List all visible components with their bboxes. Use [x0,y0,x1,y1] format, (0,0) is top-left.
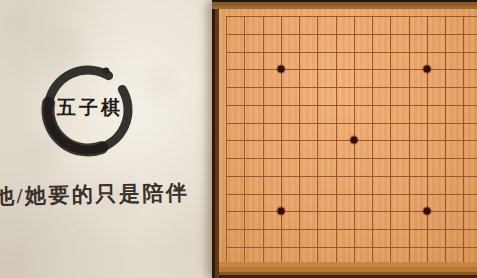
board-cell [263,105,281,123]
board-cell [244,211,262,229]
board-cell [336,176,354,194]
board-cell [463,229,477,247]
board-cell [299,69,317,87]
board-cell [281,87,299,105]
board-cell [299,87,317,105]
board-cell [390,211,408,229]
board-cell [372,247,390,262]
board-cell [409,140,427,158]
board-cell [244,123,262,141]
board-cell [372,52,390,70]
board-cell [336,194,354,212]
tagline-text: 他/她要的只是陪伴 [0,177,233,210]
board-cell [463,247,477,262]
board-cell [317,123,335,141]
board-cell [317,16,335,34]
board-cell [372,34,390,52]
board-cell [317,194,335,212]
board-cell [226,158,244,176]
board-cell [390,176,408,194]
board-cell [463,16,477,34]
left-panel: 五子棋 他/她要的只是陪伴 [0,0,213,278]
board-cell [372,16,390,34]
board-cell [372,87,390,105]
board-cell [299,140,317,158]
board-cell [281,16,299,34]
board-cell [244,247,262,262]
board-cell [372,229,390,247]
board-cell [427,16,445,34]
board-cell [244,87,262,105]
board-cell [354,194,372,212]
board-cell [390,140,408,158]
star-point [423,66,430,73]
board-cell [372,123,390,141]
board-cell [372,211,390,229]
board-cell [445,34,463,52]
board-cell [354,87,372,105]
board-cell [409,229,427,247]
board-cell [244,140,262,158]
board-cell [409,105,427,123]
board-cell [226,247,244,262]
board-cell [390,34,408,52]
board-cell [445,229,463,247]
board-cell [427,87,445,105]
board-cell [336,16,354,34]
board-cell [226,105,244,123]
board-cell [263,229,281,247]
board-cell [317,34,335,52]
board-cell [354,34,372,52]
board-frame [212,0,477,278]
board-cell [445,87,463,105]
board-cell [336,229,354,247]
board-cell [263,158,281,176]
board-cell [463,34,477,52]
board-cell [281,176,299,194]
board-cell [445,247,463,262]
board-cell [244,194,262,212]
board-cell [226,194,244,212]
board-cell [427,229,445,247]
board-cell [372,140,390,158]
board-cell [299,247,317,262]
board-cell [263,87,281,105]
board-cell [299,16,317,34]
board-cell [263,247,281,262]
board-cell [445,211,463,229]
board-cell [372,69,390,87]
board-cell [244,69,262,87]
board-cell [244,176,262,194]
board-cell [226,87,244,105]
board-cell [281,140,299,158]
board-cell [336,52,354,70]
board-cell [244,105,262,123]
board-cell [409,247,427,262]
star-point [277,66,284,73]
board-cell [317,140,335,158]
board-cell [390,87,408,105]
board-cell [445,52,463,70]
board-cell [317,247,335,262]
board-cell [263,16,281,34]
board-cell [445,140,463,158]
star-point [277,208,284,215]
board-cell [463,211,477,229]
board-cell [336,158,354,176]
board-cell [354,52,372,70]
board-cell [409,123,427,141]
board-cell [427,123,445,141]
board-cell [463,87,477,105]
board-cell [354,140,372,158]
board-cell [244,34,262,52]
ink-splash-dot [103,68,110,75]
board-cell [445,194,463,212]
board-cell [263,140,281,158]
board-cell [299,52,317,70]
board-grid[interactable] [226,16,477,262]
board-cell [317,52,335,70]
board-cell [336,105,354,123]
board-cell [317,87,335,105]
board-cell [336,34,354,52]
board-cell [409,34,427,52]
star-point [423,208,430,215]
board-cell [226,123,244,141]
board-cell [281,211,299,229]
board-cell [281,69,299,87]
board-cell [336,211,354,229]
board-cell [445,69,463,87]
board-cell [226,69,244,87]
gomoku-app-window: 五子棋 他/她要的只是陪伴 [0,0,477,278]
board-cell [390,229,408,247]
board-cell [317,176,335,194]
board-cell [409,176,427,194]
board-cell [445,176,463,194]
board-cell [336,247,354,262]
board-cell [281,123,299,141]
board-cell [390,105,408,123]
board-cell [299,194,317,212]
board-cell [463,158,477,176]
board-cell [445,158,463,176]
board-cell [299,34,317,52]
board-cell [281,158,299,176]
board-cell [354,247,372,262]
board-cell [390,194,408,212]
board-cell [299,158,317,176]
board-cell [445,16,463,34]
board-cell [390,16,408,34]
board-cell [317,105,335,123]
board-cell [372,105,390,123]
board-cell [409,16,427,34]
board-cell [281,229,299,247]
board-cell [390,247,408,262]
board-cell [463,176,477,194]
board-cell [281,34,299,52]
board-cell [244,158,262,176]
board-cell [463,194,477,212]
board-cell [317,229,335,247]
board-cell [354,229,372,247]
board-cell [244,52,262,70]
board-cell [263,123,281,141]
board-cell [226,211,244,229]
board-cell [317,69,335,87]
app-logo: 五子棋 [36,58,140,162]
board-cell [317,158,335,176]
board-cell [390,52,408,70]
board-cell [317,211,335,229]
board-surface [219,9,477,262]
board-cell [354,69,372,87]
board-cell [226,140,244,158]
board-cell [226,16,244,34]
board-cell [299,105,317,123]
board-cell [299,229,317,247]
board-cell [372,194,390,212]
board-cell [372,176,390,194]
board-cell [336,87,354,105]
board-cell [463,52,477,70]
board-cell [427,69,445,87]
board-cell [409,87,427,105]
board-cell [463,105,477,123]
board-cell [226,229,244,247]
board-cell [390,123,408,141]
board-cell [354,105,372,123]
board-cell [427,140,445,158]
star-point [350,137,357,144]
board-cell [354,176,372,194]
board-cell [354,211,372,229]
board-cell [226,34,244,52]
board-cell [463,123,477,141]
board-cell [299,123,317,141]
board-cell [390,69,408,87]
board-cell [263,34,281,52]
board-cell [427,211,445,229]
board-cell [372,158,390,176]
logo-title: 五子棋 [40,96,140,120]
board-cell [244,229,262,247]
board-cell [427,34,445,52]
board-cell [427,247,445,262]
board-cell [409,158,427,176]
board-cell [463,69,477,87]
board-cell [354,16,372,34]
board-cell [226,176,244,194]
board-cell [263,176,281,194]
board-cell [463,140,477,158]
board-cell [336,69,354,87]
board-cell [445,105,463,123]
board-cell [299,176,317,194]
board-cell [390,158,408,176]
board-cell [244,16,262,34]
board-cell [354,158,372,176]
board-cell [445,123,463,141]
board-cell [281,105,299,123]
board-cell [281,247,299,262]
board-cell [299,211,317,229]
board-cell [427,176,445,194]
board-cell [427,105,445,123]
board-cell [427,158,445,176]
board-cell [226,52,244,70]
